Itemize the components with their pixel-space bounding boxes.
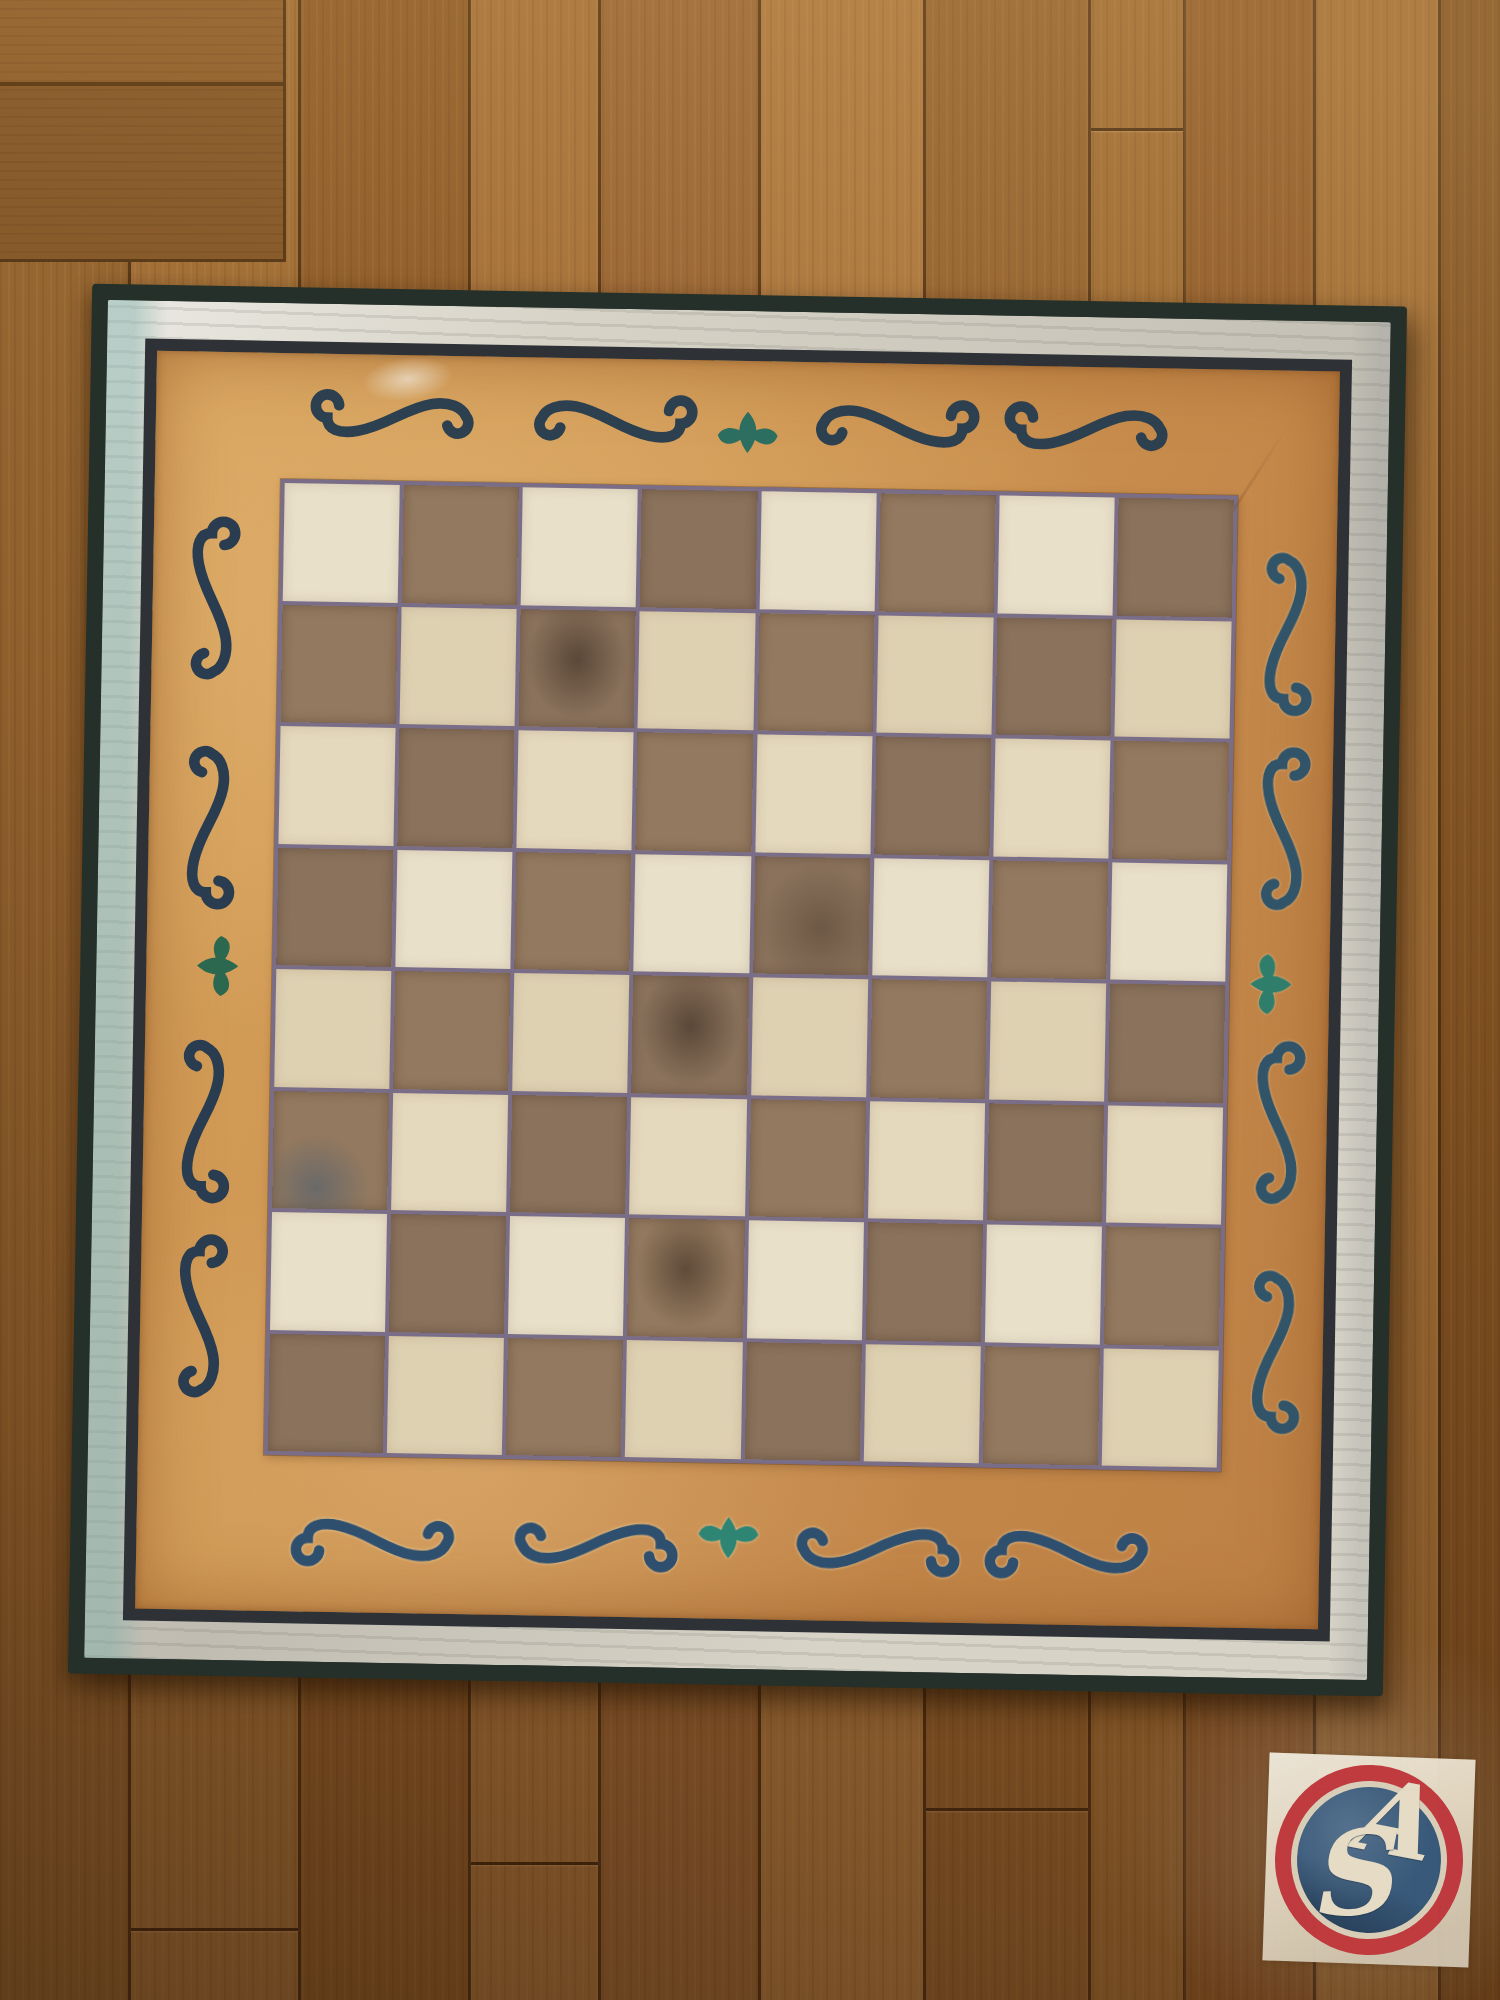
frame-outer-band [68, 284, 1407, 1697]
ornament-strip-bottom [175, 1485, 1280, 1610]
board-square [400, 607, 517, 726]
board-square [749, 1099, 866, 1218]
scroll-flourish-icon [302, 383, 499, 448]
board-square [521, 487, 638, 606]
board-square [868, 1101, 985, 1220]
board-square [744, 1342, 861, 1461]
board-square [1112, 741, 1229, 860]
board-square [755, 734, 872, 853]
board-square [993, 738, 1110, 857]
board-square [278, 726, 395, 845]
board-square [515, 852, 632, 971]
board-square [746, 1220, 863, 1339]
board-square [636, 732, 753, 851]
board-square [634, 854, 751, 973]
board-square [629, 1097, 746, 1216]
board-square [627, 1218, 744, 1337]
board-square [878, 493, 995, 612]
scroll-flourish-icon [976, 1521, 1173, 1586]
scroll-flourish-icon [282, 1509, 479, 1574]
board-square [389, 1214, 506, 1333]
board-square [863, 1344, 980, 1463]
board-square [402, 485, 519, 604]
floor-plank-joint [1091, 128, 1183, 131]
logo-letter-s: S [1305, 1813, 1395, 1933]
scroll-flourish-icon [996, 395, 1193, 460]
floor-plank-joint [471, 1862, 598, 1865]
board-square [283, 483, 400, 602]
scroll-flourish-icon [181, 508, 246, 705]
board-square [391, 1093, 508, 1212]
board-square [270, 1212, 387, 1331]
board-square [985, 1224, 1102, 1343]
board-square [1102, 1348, 1219, 1467]
board-square [989, 981, 1106, 1100]
game-board [68, 284, 1407, 1697]
scroll-flourish-icon [790, 392, 987, 457]
board-square [268, 1333, 385, 1452]
board-square [517, 730, 634, 849]
floor-horizontal-planks [0, 0, 286, 262]
board-square [393, 971, 510, 1090]
ornament-strip-right [1227, 510, 1336, 1459]
scroll-flourish-icon [177, 720, 242, 917]
scroll-flourish-icon [488, 1513, 685, 1578]
fleur-de-lis-icon [1248, 951, 1315, 1018]
floor-plank-joint [926, 1808, 1088, 1811]
board-square [508, 1216, 625, 1335]
scroll-flourish-icon [770, 1518, 967, 1583]
board-square [387, 1335, 504, 1454]
scroll-flourish-icon [1242, 1245, 1307, 1442]
board-square [638, 611, 755, 730]
board-square [759, 491, 876, 610]
leather-border-field [135, 351, 1340, 1629]
board-square [510, 1095, 627, 1214]
board-square [870, 979, 987, 1098]
board-square [757, 613, 874, 732]
board-square [272, 1090, 389, 1209]
board-square [866, 1222, 983, 1341]
fleur-de-lis-icon [694, 1514, 761, 1581]
board-square [506, 1338, 623, 1457]
board-square [640, 489, 757, 608]
scroll-flourish-icon [1246, 1033, 1311, 1230]
floor-plank-joint [131, 1928, 298, 1931]
photo-scene: A S [0, 0, 1500, 2000]
watermark-logo: A S [1262, 1752, 1475, 1967]
scroll-flourish-icon [172, 1014, 237, 1211]
ornament-strip-left [146, 491, 269, 1441]
board-square [987, 1103, 1104, 1222]
board-square [874, 736, 991, 855]
scroll-flourish-icon [508, 387, 705, 452]
board-square [1110, 862, 1227, 981]
board-square [625, 1340, 742, 1459]
board-square [995, 617, 1112, 736]
board-square [512, 973, 629, 1092]
fleur-de-lis-icon [714, 389, 781, 456]
board-square [997, 495, 1114, 614]
board-square [276, 847, 393, 966]
board-square [1104, 1226, 1221, 1345]
board-square [395, 850, 512, 969]
board-square [876, 615, 993, 734]
board-square [1116, 498, 1233, 617]
fleur-de-lis-icon [174, 932, 241, 999]
board-square [751, 977, 868, 1096]
board-square [398, 728, 515, 847]
scroll-flourish-icon [1255, 527, 1320, 724]
checkerboard [264, 479, 1238, 1472]
board-square [1108, 984, 1225, 1103]
board-square [872, 858, 989, 977]
board-square [1106, 1105, 1223, 1224]
board-square [983, 1346, 1100, 1465]
scroll-flourish-icon [1251, 739, 1316, 936]
board-square [753, 856, 870, 975]
board-square [519, 609, 636, 728]
board-square [274, 969, 391, 1088]
board-square [1114, 619, 1231, 738]
ornament-strip-top [195, 359, 1300, 484]
board-square [991, 860, 1108, 979]
scroll-flourish-icon [168, 1226, 233, 1423]
board-square [281, 605, 398, 724]
board-square [632, 975, 749, 1094]
